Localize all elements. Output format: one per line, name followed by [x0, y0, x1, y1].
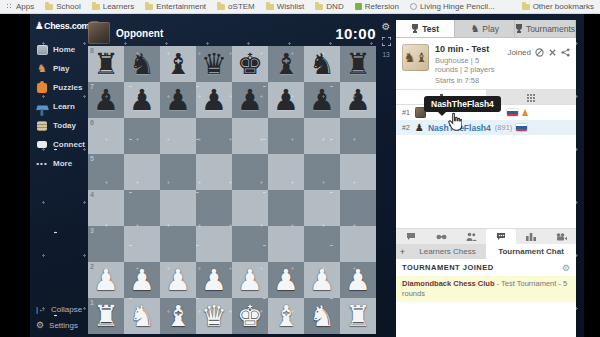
- sidebar-item-label: Today: [53, 121, 76, 130]
- white-pawn[interactable]: ♟: [196, 262, 232, 298]
- square-c1[interactable]: ♝: [160, 298, 196, 334]
- square-g5[interactable]: [304, 154, 340, 190]
- square-d2[interactable]: ♟: [196, 262, 232, 298]
- bookmark-label: Entertainment: [156, 2, 206, 11]
- opponent-name: Opponent: [116, 28, 163, 39]
- white-pawn[interactable]: ♟: [232, 262, 268, 298]
- square-g4[interactable]: [304, 190, 340, 226]
- bookmark-label: Living Hinge Pencil...: [420, 2, 495, 11]
- board-tools: ⚙ 13: [379, 22, 393, 58]
- black-pawn[interactable]: ♟: [88, 82, 124, 118]
- bookmark-label: School: [56, 2, 80, 11]
- black-bishop[interactable]: ♝: [268, 46, 304, 82]
- tournament-title[interactable]: 10 min - Test: [435, 44, 501, 54]
- square-e5[interactable]: [232, 154, 268, 190]
- right-black-strip: [584, 14, 600, 337]
- square-h3[interactable]: [340, 226, 376, 262]
- folder-icon: [45, 4, 53, 10]
- player-name-link[interactable]: NashTheFlash4: [428, 123, 491, 133]
- username-tooltip: NashTheFlash4: [424, 96, 501, 112]
- bughouse-tournament-icon: ♞♝: [402, 44, 429, 71]
- tab-label: Tournaments: [526, 24, 575, 34]
- bookmark-label: oSTEM: [228, 2, 255, 11]
- rank-label: 4: [90, 191, 94, 198]
- tournament-chat-icon[interactable]: [486, 229, 516, 244]
- black-knight[interactable]: ♞: [304, 46, 340, 82]
- square-h5[interactable]: [340, 154, 376, 190]
- flag-icon: [507, 109, 518, 116]
- page-icon: [410, 3, 417, 10]
- chat-tabs: + Learners Chess Tournament Chat: [396, 244, 576, 259]
- expand-board-icon[interactable]: [382, 37, 391, 46]
- black-king[interactable]: ♚: [232, 46, 268, 82]
- square-b3[interactable]: [124, 226, 160, 262]
- news-icon: [36, 120, 48, 132]
- square-c6[interactable]: [160, 118, 196, 154]
- white-pawn[interactable]: ♟: [160, 262, 196, 298]
- joined-label: Joined: [507, 48, 531, 57]
- white-rook[interactable]: ♜: [340, 298, 376, 334]
- white-bishop[interactable]: ♝: [160, 298, 196, 334]
- tab-test[interactable]: Test: [396, 20, 455, 37]
- chat-settings-gear-icon[interactable]: ⚙: [562, 263, 570, 273]
- square-g8[interactable]: ♞: [304, 46, 340, 82]
- bookmark-label: Wishlist: [277, 2, 305, 11]
- opponent-clock: 10:00: [335, 25, 376, 42]
- tab-learners-chess[interactable]: Learners Chess: [409, 244, 486, 259]
- square-h1[interactable]: ♜: [340, 298, 376, 334]
- tab-tournament-chat[interactable]: Tournament Chat: [486, 244, 576, 259]
- square-a7[interactable]: 7♟: [88, 82, 124, 118]
- pawn-avatar-icon: ♟: [415, 122, 424, 133]
- pawn-logo-icon: ♟: [35, 21, 44, 31]
- sidebar-item-play[interactable]: ♞ Play: [30, 59, 88, 78]
- chat-bubble-icon: [36, 139, 48, 151]
- black-pawn[interactable]: ♟: [232, 82, 268, 118]
- square-e4[interactable]: [232, 190, 268, 226]
- refersion-icon: [355, 3, 362, 10]
- rank-label: 6: [90, 119, 94, 126]
- black-pawn[interactable]: ♟: [160, 82, 196, 118]
- sidebar-item-label: Puzzles: [53, 83, 82, 92]
- square-f3[interactable]: [268, 226, 304, 262]
- folder-icon: [266, 4, 274, 10]
- club-name-link[interactable]: Diamondback Chess Club: [402, 279, 495, 288]
- opponent-bar: Opponent 10:00: [88, 20, 376, 46]
- square-a1[interactable]: 1♜: [88, 298, 124, 334]
- square-e7[interactable]: ♟: [232, 82, 268, 118]
- chat-header: TOURNAMENT JOINED ⚙: [396, 259, 576, 276]
- square-f2[interactable]: ♟: [268, 262, 304, 298]
- video-camera-icon[interactable]: [546, 229, 576, 244]
- black-rook[interactable]: ♜: [340, 46, 376, 82]
- square-c2[interactable]: ♟: [160, 262, 196, 298]
- square-f8[interactable]: ♝: [268, 46, 304, 82]
- player-rank: #1: [402, 109, 411, 116]
- square-b5[interactable]: [124, 154, 160, 190]
- chat-header-title: TOURNAMENT JOINED: [402, 263, 494, 272]
- square-d3[interactable]: [196, 226, 232, 262]
- square-h8[interactable]: ♜: [340, 46, 376, 82]
- square-f1[interactable]: ♝: [268, 298, 304, 334]
- sidebar-item-connect[interactable]: Connect: [30, 135, 88, 154]
- tournament-countdown: Starts in 7:58: [435, 76, 501, 85]
- square-b2[interactable]: ♟: [124, 262, 160, 298]
- bookmark-label: Other bookmarks: [533, 2, 594, 11]
- square-c5[interactable]: [160, 154, 196, 190]
- white-pawn[interactable]: ♟: [340, 262, 376, 298]
- bookmark-wishlist[interactable]: Wishlist: [266, 2, 305, 11]
- sidebar-item-more[interactable]: ••• More: [30, 154, 88, 173]
- square-a4[interactable]: 4: [88, 190, 124, 226]
- player-rank: #2: [402, 124, 411, 131]
- bookmark-label: Learners: [103, 2, 135, 11]
- square-g2[interactable]: ♟: [304, 262, 340, 298]
- binoculars-icon[interactable]: [426, 229, 456, 244]
- left-black-strip: [0, 14, 30, 337]
- black-knight[interactable]: ♞: [124, 46, 160, 82]
- sidebar-item-label: Connect: [53, 140, 85, 149]
- square-f6[interactable]: [268, 118, 304, 154]
- apps-grid-icon: [6, 3, 13, 10]
- bookmark-entertainment[interactable]: Entertainment: [145, 2, 206, 11]
- flag-icon: [516, 124, 527, 131]
- square-a2[interactable]: 2♟: [88, 262, 124, 298]
- sidebar-item-label: Home: [53, 45, 75, 54]
- black-rook[interactable]: ♜: [88, 46, 124, 82]
- collapse-icon: |←: [36, 305, 46, 314]
- square-f7[interactable]: ♟: [268, 82, 304, 118]
- trophy-icon: [411, 24, 419, 33]
- black-pawn[interactable]: ♟: [124, 82, 160, 118]
- sidebar-item-today[interactable]: Today: [30, 116, 88, 135]
- bookmark-refersion[interactable]: Refersion: [355, 2, 399, 11]
- square-a5[interactable]: 5: [88, 154, 124, 190]
- square-a6[interactable]: 6: [88, 118, 124, 154]
- square-c8[interactable]: ♝: [160, 46, 196, 82]
- white-rook[interactable]: ♜: [88, 298, 124, 334]
- sidebar-collapse[interactable]: |← Collapse: [30, 302, 88, 317]
- trophy-icon: [515, 24, 523, 33]
- bookmark-label: DND: [326, 2, 343, 11]
- tab-label: Play: [482, 24, 499, 34]
- puzzle-icon: [36, 82, 48, 94]
- bookmark-label: Refersion: [365, 2, 399, 11]
- square-g1[interactable]: ♞: [304, 298, 340, 334]
- square-a8[interactable]: 8♜: [88, 46, 124, 82]
- chat-channel-icons: [396, 228, 576, 244]
- sidebar-item-label: Play: [53, 64, 69, 73]
- other-bookmarks[interactable]: Other bookmarks: [522, 2, 594, 11]
- square-h6[interactable]: [340, 118, 376, 154]
- friends-icon[interactable]: [456, 229, 486, 244]
- bookmark-apps[interactable]: Apps: [6, 2, 34, 11]
- square-e6[interactable]: [232, 118, 268, 154]
- grid-dots-icon: [526, 93, 536, 102]
- folder-icon: [217, 4, 225, 10]
- black-pawn[interactable]: ♟: [196, 82, 232, 118]
- tab-label: Test: [422, 24, 439, 34]
- standings-icon[interactable]: [516, 229, 546, 244]
- graduation-cap-icon: [36, 101, 48, 113]
- tournament-joined-message: Diamondback Chess Club - Test Tournament…: [396, 276, 576, 302]
- bookmark-living-hinge[interactable]: Living Hinge Pencil...: [410, 2, 495, 11]
- white-queen[interactable]: ♛: [196, 298, 232, 334]
- black-queen[interactable]: ♛: [196, 46, 232, 82]
- tournament-subtitle: Bughouse | 5 rounds | 2 players: [435, 56, 501, 74]
- square-b1[interactable]: ♞: [124, 298, 160, 334]
- chess-board[interactable]: 8♜♞♝♛♚♝♞♜7♟♟♟♟♟♟♟♟65432♟♟♟♟♟♟♟♟1♜♞♝♛♚♝♞♜: [88, 46, 376, 334]
- play-knight-icon: ♞: [36, 63, 48, 75]
- white-king[interactable]: ♚: [232, 298, 268, 334]
- sidebar-settings[interactable]: ⚙ Settings: [30, 317, 88, 333]
- player-rating: (891): [495, 123, 513, 132]
- white-pawn[interactable]: ♟: [304, 262, 340, 298]
- close-icon[interactable]: [548, 48, 557, 57]
- square-a3[interactable]: 3: [88, 226, 124, 262]
- square-g7[interactable]: ♟: [304, 82, 340, 118]
- square-d1[interactable]: ♛: [196, 298, 232, 334]
- logo-text: Chess.com: [44, 21, 89, 31]
- chat-bubble-icon[interactable]: [396, 229, 426, 244]
- right-panel: Test ♞ Play Tournaments ♞♝ 10 min - Test…: [396, 20, 576, 337]
- tab-tournaments[interactable]: Tournaments: [515, 20, 576, 37]
- white-knight[interactable]: ♞: [304, 298, 340, 334]
- square-c4[interactable]: [160, 190, 196, 226]
- square-h2[interactable]: ♟: [340, 262, 376, 298]
- player-row-2[interactable]: #2 ♟ NashTheFlash4 (891): [396, 120, 576, 135]
- white-pawn[interactable]: ♟: [268, 262, 304, 298]
- square-c7[interactable]: ♟: [160, 82, 196, 118]
- square-d8[interactable]: ♛: [196, 46, 232, 82]
- chesscom-sidebar: ♟ Chess.com 37 Home ♞ Play Puzzles Learn: [30, 14, 88, 337]
- sidebar-item-label: Collapse: [51, 305, 82, 314]
- square-g3[interactable]: [304, 226, 340, 262]
- square-f4[interactable]: [268, 190, 304, 226]
- chesscom-live-window: Apps School Learners Entertainment oSTEM…: [0, 0, 600, 337]
- sidebar-item-home[interactable]: Home: [30, 40, 88, 59]
- panel-tabs: Test ♞ Play Tournaments: [396, 20, 576, 38]
- withdraw-icon[interactable]: [535, 48, 544, 57]
- bookmark-ostem[interactable]: oSTEM: [217, 2, 255, 11]
- bookmark-dnd[interactable]: DND: [315, 2, 343, 11]
- square-d6[interactable]: [196, 118, 232, 154]
- square-b7[interactable]: ♟: [124, 82, 160, 118]
- folder-icon: [315, 4, 323, 10]
- white-knight[interactable]: ♞: [124, 298, 160, 334]
- square-e8[interactable]: ♚: [232, 46, 268, 82]
- square-b6[interactable]: [124, 118, 160, 154]
- bookmark-learners[interactable]: Learners: [92, 2, 135, 11]
- board-settings-gear-icon[interactable]: ⚙: [382, 22, 391, 32]
- folder-icon: [145, 4, 153, 10]
- knight-icon: ♞: [470, 24, 479, 34]
- rank-label: 5: [90, 155, 94, 162]
- home-icon: [36, 44, 48, 56]
- sidebar-item-label: More: [53, 159, 72, 168]
- square-d4[interactable]: [196, 190, 232, 226]
- square-h7[interactable]: ♟: [340, 82, 376, 118]
- share-icon[interactable]: [561, 48, 570, 57]
- bookmark-label: Apps: [16, 2, 34, 11]
- black-pawn[interactable]: ♟: [304, 82, 340, 118]
- more-dots-icon: •••: [36, 158, 48, 170]
- chesscom-logo[interactable]: ♟ Chess.com 37: [30, 14, 88, 31]
- white-bishop[interactable]: ♝: [268, 298, 304, 334]
- square-b8[interactable]: ♞: [124, 46, 160, 82]
- tournament-card: ♞♝ 10 min - Test Bughouse | 5 rounds | 2…: [396, 38, 576, 89]
- sidebar-item-label: Learn: [53, 102, 75, 111]
- square-f5[interactable]: [268, 154, 304, 190]
- square-e2[interactable]: ♟: [232, 262, 268, 298]
- browser-bookmarks-bar: Apps School Learners Entertainment oSTEM…: [0, 0, 600, 14]
- rank-label: 3: [90, 227, 94, 234]
- square-e1[interactable]: ♚: [232, 298, 268, 334]
- gear-icon: ⚙: [36, 320, 44, 330]
- sidebar-item-learn[interactable]: Learn: [30, 97, 88, 116]
- square-e3[interactable]: [232, 226, 268, 262]
- square-d7[interactable]: ♟: [196, 82, 232, 118]
- opponent-avatar[interactable]: [88, 22, 110, 44]
- bookmark-school[interactable]: School: [45, 2, 80, 11]
- black-pawn[interactable]: ♟: [268, 82, 304, 118]
- black-pawn[interactable]: ♟: [340, 82, 376, 118]
- tab-play[interactable]: ♞ Play: [455, 20, 514, 37]
- square-d5[interactable]: [196, 154, 232, 190]
- board-side-number: 13: [382, 51, 389, 58]
- folder-icon: [522, 4, 530, 10]
- square-h4[interactable]: [340, 190, 376, 226]
- square-b4[interactable]: [124, 190, 160, 226]
- sidebar-item-label: Settings: [49, 321, 78, 330]
- add-chat-tab-button[interactable]: +: [396, 244, 409, 259]
- square-c3[interactable]: [160, 226, 196, 262]
- black-bishop[interactable]: ♝: [160, 46, 196, 82]
- square-g6[interactable]: [304, 118, 340, 154]
- sidebar-item-puzzles[interactable]: Puzzles: [30, 78, 88, 97]
- white-pawn[interactable]: ♟: [88, 262, 124, 298]
- folder-icon: [92, 4, 100, 10]
- flair-icon: [522, 109, 528, 116]
- white-pawn[interactable]: ♟: [124, 262, 160, 298]
